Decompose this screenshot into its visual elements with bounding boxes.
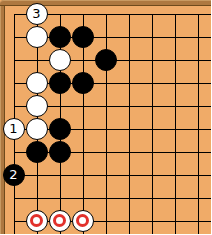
grid-vline <box>175 14 176 235</box>
circle-mark-icon <box>30 214 43 227</box>
grid-hline <box>14 198 212 199</box>
stone-black <box>49 26 71 48</box>
stone-move-number: 2 <box>9 168 17 181</box>
stone-black-move-2: 2 <box>3 164 25 186</box>
stone-white <box>26 95 48 117</box>
grid-vline <box>152 14 153 235</box>
stone-white <box>49 49 71 71</box>
stone-black <box>26 141 48 163</box>
stone-move-number: 1 <box>9 122 17 135</box>
stone-black <box>49 118 71 140</box>
stone-black <box>72 72 94 94</box>
stone-white <box>26 72 48 94</box>
grid-hline <box>14 175 212 176</box>
stone-black <box>49 141 71 163</box>
board-wood-edge-left <box>0 0 5 234</box>
grid-vline <box>129 14 130 235</box>
stone-white-circled <box>26 210 48 232</box>
stone-white <box>26 118 48 140</box>
circle-mark-icon <box>76 214 89 227</box>
stone-white-circled <box>72 210 94 232</box>
grid-vline <box>198 14 199 235</box>
go-board: 312 <box>0 0 211 234</box>
stone-black <box>49 72 71 94</box>
stone-black <box>95 49 117 71</box>
stone-white-circled <box>49 210 71 232</box>
stone-black <box>72 26 94 48</box>
stone-white-move-3: 3 <box>26 3 48 25</box>
stone-white <box>26 26 48 48</box>
stone-move-number: 3 <box>32 7 40 20</box>
circle-mark-icon <box>53 214 66 227</box>
stone-white-move-1: 1 <box>3 118 25 140</box>
grid-vline <box>106 14 107 235</box>
